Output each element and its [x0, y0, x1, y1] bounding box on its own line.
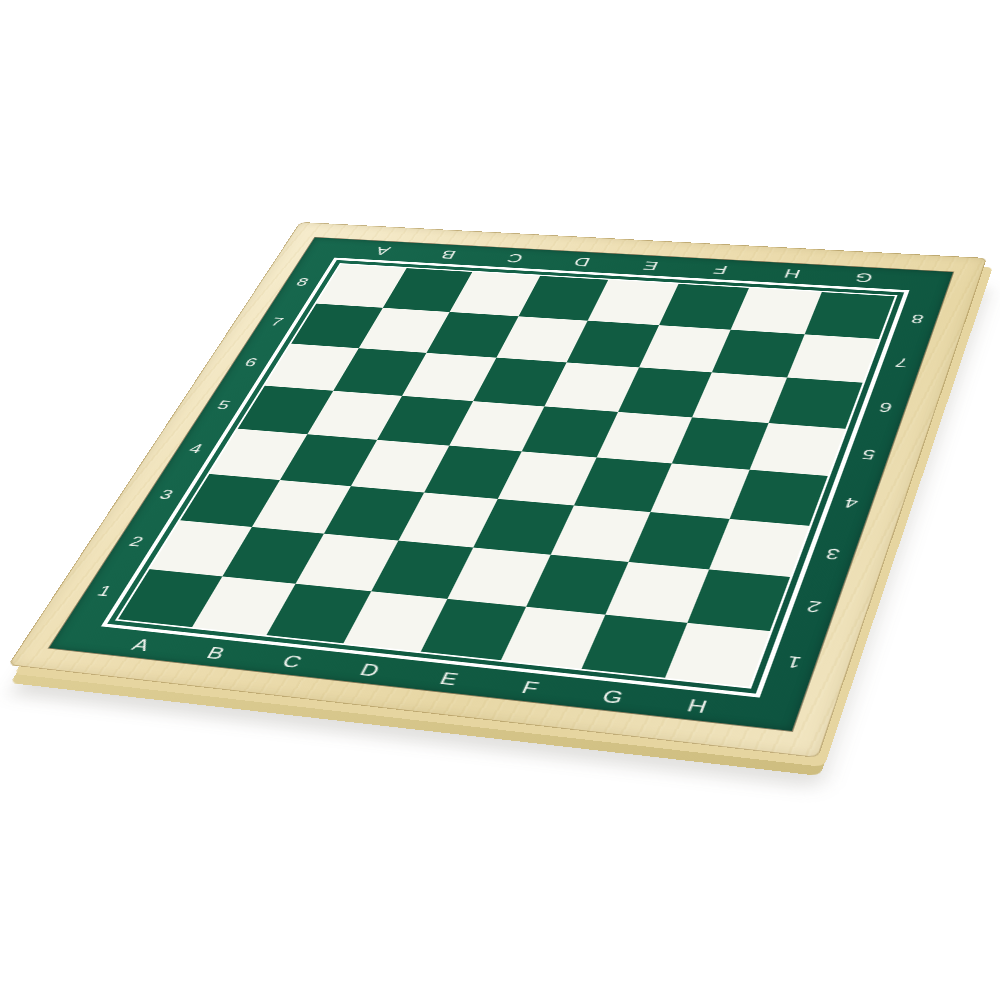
rank-label-left-1: 1 [95, 583, 115, 598]
rank-label-left-7: 7 [268, 316, 285, 328]
file-label-top-h: H [782, 267, 802, 280]
rank-label-right-1: 1 [785, 653, 804, 670]
file-label-top-f: F [712, 263, 730, 276]
rank-label-right-3: 3 [824, 546, 842, 562]
rank-label-left-4: 4 [186, 442, 205, 455]
square-h8[interactable] [804, 292, 895, 339]
wooden-frame: ABCDEFHG ABCDEFGH 87654321 87654321 [8, 222, 987, 758]
product-photo-scene: ABCDEFHG ABCDEFGH 87654321 87654321 [0, 0, 1000, 1000]
file-label-top-a: A [373, 245, 393, 257]
file-label-bottom-b: B [204, 644, 228, 661]
file-label-bottom-d: D [357, 661, 382, 679]
file-label-bottom-c: C [280, 652, 305, 670]
file-label-bottom-f: F [519, 678, 541, 696]
square-h7[interactable] [787, 334, 879, 383]
rank-label-right-5: 5 [860, 447, 877, 461]
board: ABCDEFHG ABCDEFGH 87654321 87654321 [8, 222, 987, 758]
rank-label-right-4: 4 [843, 496, 861, 511]
rank-label-left-5: 5 [215, 398, 233, 411]
board-green-margin: ABCDEFHG ABCDEFGH 87654321 87654321 [49, 237, 953, 730]
rank-label-left-6: 6 [242, 356, 260, 368]
file-label-bottom-e: E [437, 669, 461, 687]
file-label-top-b: B [438, 248, 458, 260]
rank-label-left-2: 2 [126, 534, 146, 549]
rank-label-right-6: 6 [877, 401, 894, 415]
file-label-top-e: E [641, 259, 660, 271]
rank-label-right-7: 7 [894, 356, 910, 369]
rank-label-right-8: 8 [910, 313, 926, 326]
file-label-bottom-g: G [600, 687, 626, 706]
rank-label-left-3: 3 [157, 487, 176, 501]
file-label-bottom-a: A [129, 636, 153, 653]
rank-label-left-8: 8 [294, 276, 311, 288]
file-label-top-c: C [504, 252, 525, 264]
board-top-layer: ABCDEFHG ABCDEFGH 87654321 87654321 [0, 0, 1000, 1000]
file-label-bottom-h: H [685, 696, 710, 715]
rank-label-right-2: 2 [805, 599, 824, 615]
file-label-top-g: G [854, 271, 876, 284]
file-label-top-d: D [572, 256, 593, 268]
